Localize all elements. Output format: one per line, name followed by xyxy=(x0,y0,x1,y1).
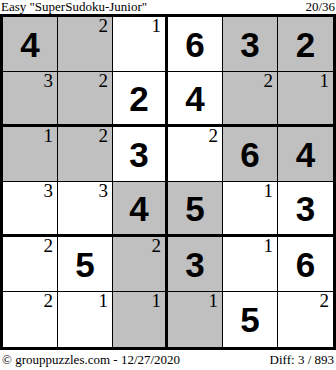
grid-cell-r1c5[interactable]: 3 xyxy=(223,17,278,72)
pencil-mark: 3 xyxy=(44,70,54,93)
cell-value: 4 xyxy=(185,81,204,116)
grid-cell-r3c3[interactable]: 3 xyxy=(113,127,168,182)
grid-cell-r3c1[interactable]: 1 xyxy=(3,127,58,182)
grid-cell-r2c1[interactable]: 3 xyxy=(3,72,58,127)
cell-value: 6 xyxy=(296,247,315,282)
pencil-mark: 1 xyxy=(44,125,54,148)
grid-cell-r6c6[interactable]: 2 xyxy=(278,292,333,347)
grid-cell-r3c5[interactable]: 6 xyxy=(223,127,278,182)
cell-value: 4 xyxy=(296,137,315,172)
grid-cell-r4c6[interactable]: 3 xyxy=(278,182,333,237)
pencil-mark: 1 xyxy=(152,15,162,38)
grid-cell-r5c6[interactable]: 6 xyxy=(278,237,333,292)
grid-cell-r5c3[interactable]: 2 xyxy=(113,237,168,292)
grid-cell-r4c1[interactable]: 3 xyxy=(3,182,58,237)
pencil-mark: 2 xyxy=(99,15,109,38)
pencil-mark: 1 xyxy=(264,235,274,258)
grid-cell-r4c4[interactable]: 5 xyxy=(168,182,223,237)
pencil-mark: 3 xyxy=(99,180,109,203)
cell-value: 5 xyxy=(75,247,94,282)
sudoku-grid: 421632322421123264334513252316211152 xyxy=(0,14,336,350)
copyright-credit: © grouppuzzles.com - 12/27/2020 xyxy=(2,353,180,367)
pencil-mark: 2 xyxy=(44,235,54,258)
cell-value: 3 xyxy=(296,191,315,226)
cell-value: 6 xyxy=(240,137,259,172)
difficulty-label: Diff: 3 / 893 xyxy=(270,353,334,367)
cell-value: 2 xyxy=(296,27,315,62)
grid-cell-r2c6[interactable]: 1 xyxy=(278,72,333,127)
grid-cell-r6c1[interactable]: 2 xyxy=(3,292,58,347)
pencil-mark: 2 xyxy=(264,70,274,93)
pencil-mark: 1 xyxy=(209,290,219,313)
grid-cell-r5c2[interactable]: 5 xyxy=(58,237,113,292)
grid-cell-r3c6[interactable]: 4 xyxy=(278,127,333,182)
cell-value: 6 xyxy=(185,27,204,62)
cell-value: 4 xyxy=(20,27,39,62)
grid-cell-r5c4[interactable]: 3 xyxy=(168,237,223,292)
grid-cell-r6c5[interactable]: 5 xyxy=(223,292,278,347)
grid-cell-r4c2[interactable]: 3 xyxy=(58,182,113,237)
progress-counter: 20/36 xyxy=(305,0,335,13)
grid-cell-r1c4[interactable]: 6 xyxy=(168,17,223,72)
pencil-mark: 2 xyxy=(99,70,109,93)
page-footer: © grouppuzzles.com - 12/27/2020 Diff: 3 … xyxy=(0,350,336,368)
grid-cell-r5c5[interactable]: 1 xyxy=(223,237,278,292)
cell-value: 4 xyxy=(129,191,148,226)
grid-cell-r1c6[interactable]: 2 xyxy=(278,17,333,72)
cell-value: 3 xyxy=(240,27,259,62)
grid-cell-r6c3[interactable]: 1 xyxy=(113,292,168,347)
cell-value: 3 xyxy=(129,137,148,172)
pencil-mark: 2 xyxy=(44,290,54,313)
pencil-mark: 1 xyxy=(99,290,109,313)
grid-cell-r3c4[interactable]: 2 xyxy=(168,127,223,182)
pencil-mark: 1 xyxy=(320,70,330,93)
grid-cell-r6c2[interactable]: 1 xyxy=(58,292,113,347)
grid-cell-r4c3[interactable]: 4 xyxy=(113,182,168,237)
page-header: Easy "SuperSudoku-Junior" 20/36 xyxy=(0,0,336,14)
grid-cell-r2c3[interactable]: 2 xyxy=(113,72,168,127)
grid-cell-r1c1[interactable]: 4 xyxy=(3,17,58,72)
pencil-mark: 3 xyxy=(44,180,54,203)
pencil-mark: 2 xyxy=(320,290,330,313)
grid-cell-r2c4[interactable]: 4 xyxy=(168,72,223,127)
grid-cell-r2c5[interactable]: 2 xyxy=(223,72,278,127)
grid-cell-r6c4[interactable]: 1 xyxy=(168,292,223,347)
puzzle-title: Easy "SuperSudoku-Junior" xyxy=(1,0,147,13)
grid-cell-r1c3[interactable]: 1 xyxy=(113,17,168,72)
cell-value: 5 xyxy=(185,191,204,226)
grid-cell-r3c2[interactable]: 2 xyxy=(58,127,113,182)
cell-value: 3 xyxy=(185,247,204,282)
pencil-mark: 2 xyxy=(209,125,219,148)
pencil-mark: 2 xyxy=(152,235,162,258)
pencil-mark: 1 xyxy=(264,180,274,203)
pencil-mark: 1 xyxy=(152,290,162,313)
grid-cell-r1c2[interactable]: 2 xyxy=(58,17,113,72)
cell-value: 5 xyxy=(240,302,259,337)
pencil-mark: 2 xyxy=(99,125,109,148)
grid-cell-r5c1[interactable]: 2 xyxy=(3,237,58,292)
grid-cell-r2c2[interactable]: 2 xyxy=(58,72,113,127)
cell-value: 2 xyxy=(129,81,148,116)
grid-cell-r4c5[interactable]: 1 xyxy=(223,182,278,237)
